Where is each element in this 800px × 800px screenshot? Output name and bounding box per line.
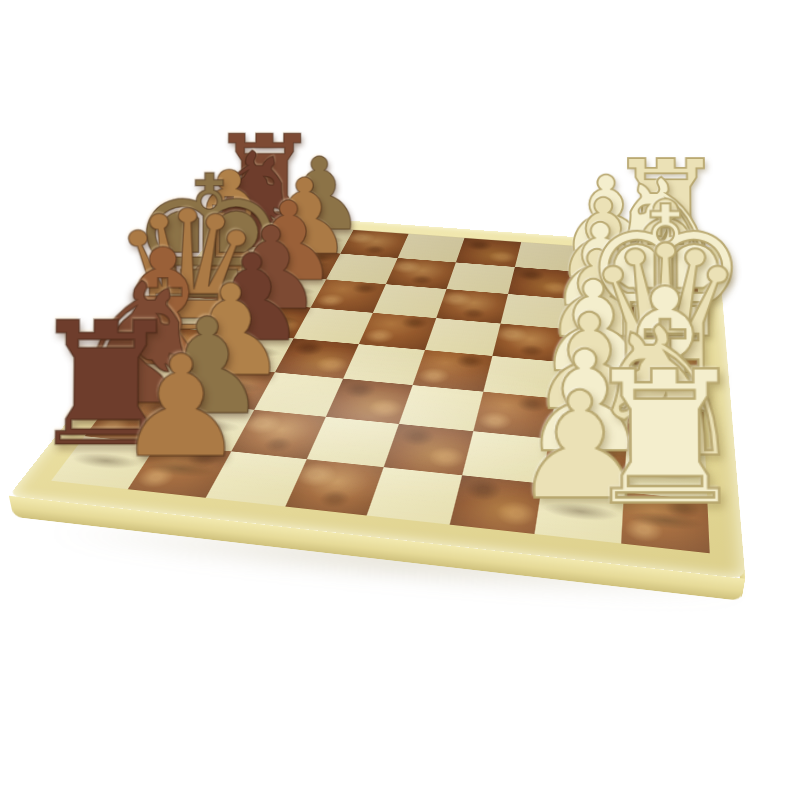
brown-pawn: ♟: [248, 114, 391, 240]
piece-glyph: ♜: [207, 123, 322, 239]
board-square: [425, 318, 501, 356]
white-rook: ♜: [591, 105, 740, 265]
white-pawn: ♟: [532, 131, 680, 261]
board-right-edge-face: [716, 247, 746, 600]
board-square: [534, 484, 623, 544]
chess-board: ♜♟♟♜♞♟♟♞♝♟♟♝♚♟♟♚♛♟♟♛♝♟♟♝♞♟♟♞♜♟♟♜: [9, 212, 745, 578]
product-photo-scene: ♜♟♟♜♞♟♟♞♝♟♟♝♚♟♟♚♛♟♟♛♝♟♟♝♞♟♟♞♜♟♟♜: [0, 0, 800, 800]
board-square: [621, 492, 710, 553]
board-square: [636, 251, 698, 281]
board-square: [450, 475, 543, 534]
board-square: [367, 467, 463, 525]
brown-rook: ♜: [194, 83, 336, 235]
board-grid: [51, 222, 709, 553]
